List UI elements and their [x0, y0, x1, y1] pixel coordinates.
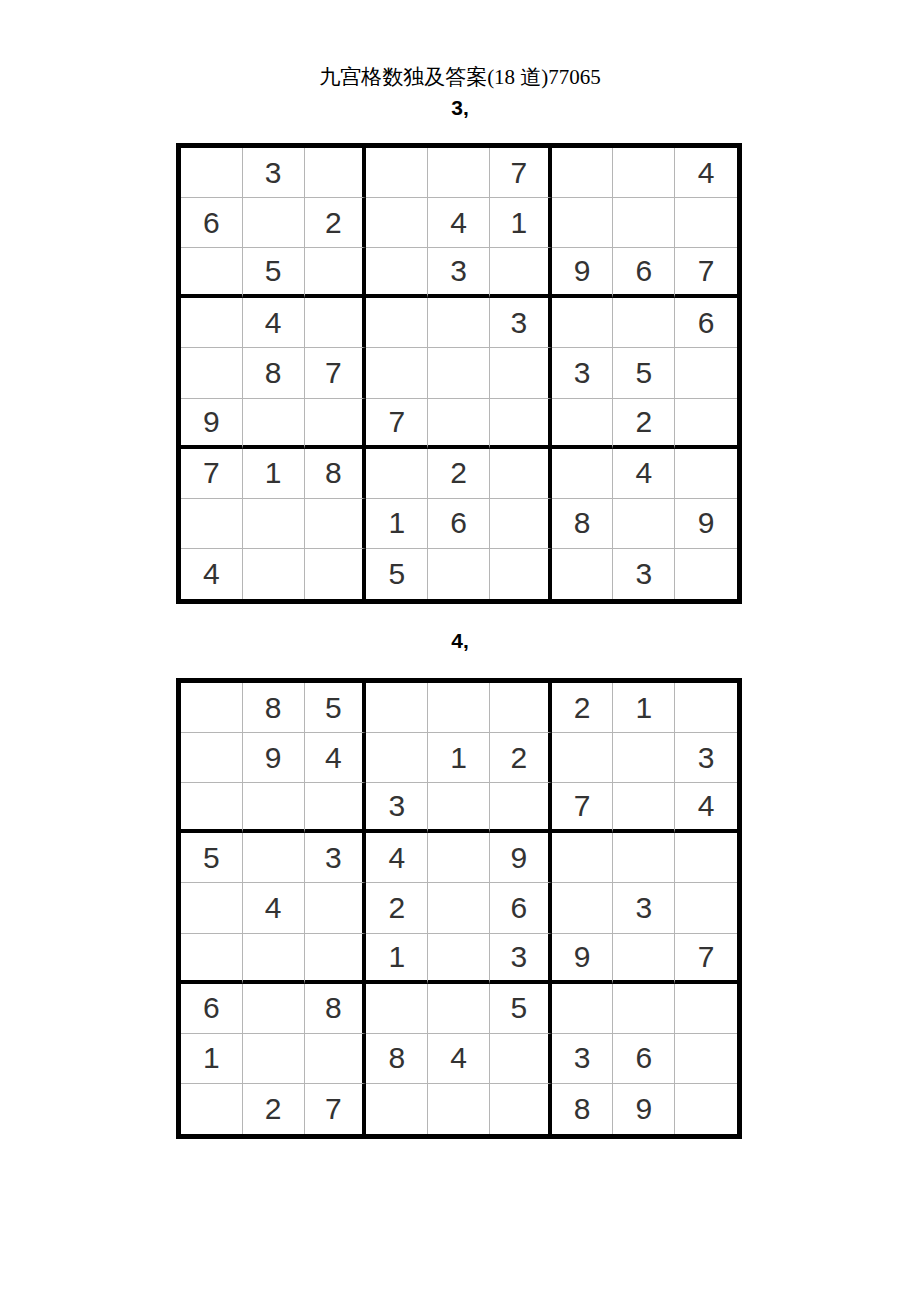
sudoku-cell-empty — [490, 499, 552, 549]
sudoku-cell-given: 2 — [613, 399, 675, 449]
sudoku-cell-given: 7 — [181, 449, 243, 499]
sudoku-cell-empty — [243, 783, 305, 833]
sudoku-cell-empty — [305, 783, 367, 833]
sudoku-cell-empty — [675, 1034, 737, 1084]
sudoku-cell-given: 1 — [366, 934, 428, 984]
sudoku-cell-empty — [428, 298, 490, 348]
sudoku-cell-given: 4 — [428, 198, 490, 248]
sudoku-cell-empty — [613, 733, 675, 783]
sudoku-cell-given: 3 — [490, 298, 552, 348]
sudoku-cell-empty — [305, 148, 367, 198]
sudoku-cell-given: 8 — [305, 984, 367, 1034]
sudoku-cell-empty — [428, 549, 490, 599]
sudoku-cell-empty — [181, 934, 243, 984]
sudoku-cell-empty — [181, 733, 243, 783]
sudoku-cell-empty — [675, 399, 737, 449]
sudoku-cell-empty — [243, 1034, 305, 1084]
sudoku-cell-given: 2 — [243, 1084, 305, 1134]
sudoku-cell-empty — [675, 833, 737, 883]
sudoku-cell-given: 9 — [552, 248, 614, 298]
sudoku-cell-given: 7 — [366, 399, 428, 449]
sudoku-cell-given: 3 — [613, 883, 675, 933]
sudoku-cell-given: 3 — [305, 833, 367, 883]
sudoku-cell-empty — [181, 298, 243, 348]
sudoku-cell-given: 3 — [243, 148, 305, 198]
sudoku-cell-given: 4 — [243, 298, 305, 348]
sudoku-cell-empty — [675, 683, 737, 733]
sudoku-cell-given: 5 — [490, 984, 552, 1034]
sudoku-cell-given: 5 — [613, 348, 675, 398]
sudoku-cell-empty — [181, 248, 243, 298]
sudoku-board-4: 852194123374534942631397685184362789 — [176, 678, 742, 1139]
sudoku-cell-given: 6 — [675, 298, 737, 348]
sudoku-cell-empty — [613, 984, 675, 1034]
page-title: 九宫格数独及答案(18 道)77065 — [0, 63, 920, 91]
sudoku-cell-empty — [366, 148, 428, 198]
sudoku-cell-empty — [490, 549, 552, 599]
sudoku-cell-given: 6 — [181, 984, 243, 1034]
sudoku-cell-given: 5 — [305, 683, 367, 733]
sudoku-cell-empty — [552, 198, 614, 248]
sudoku-cell-given: 4 — [243, 883, 305, 933]
sudoku-cell-given: 6 — [181, 198, 243, 248]
sudoku-cell-empty — [613, 499, 675, 549]
sudoku-cell-given: 2 — [305, 198, 367, 248]
sudoku-cell-given: 1 — [181, 1034, 243, 1084]
sudoku-cell-empty — [490, 783, 552, 833]
sudoku-cell-given: 3 — [428, 248, 490, 298]
sudoku-cell-given: 4 — [181, 549, 243, 599]
sudoku-board-3: 3746241539674368735972718241689453 — [176, 143, 742, 604]
puzzle-4-label: 4, — [0, 629, 920, 653]
sudoku-cell-empty — [490, 348, 552, 398]
sudoku-cell-given: 4 — [675, 148, 737, 198]
sudoku-cell-empty — [552, 984, 614, 1034]
sudoku-cell-given: 1 — [613, 683, 675, 733]
sudoku-cell-given: 3 — [613, 549, 675, 599]
sudoku-cell-empty — [428, 683, 490, 733]
sudoku-cell-empty — [552, 833, 614, 883]
sudoku-cell-given: 6 — [613, 248, 675, 298]
sudoku-cell-empty — [243, 198, 305, 248]
sudoku-cell-given: 1 — [366, 499, 428, 549]
sudoku-cell-empty — [490, 1034, 552, 1084]
sudoku-cell-given: 8 — [243, 683, 305, 733]
sudoku-cell-empty — [305, 883, 367, 933]
sudoku-cell-empty — [552, 449, 614, 499]
sudoku-cell-given: 3 — [552, 348, 614, 398]
sudoku-cell-given: 8 — [552, 499, 614, 549]
sudoku-cell-given: 7 — [490, 148, 552, 198]
sudoku-cell-empty — [428, 348, 490, 398]
sudoku-cell-given: 8 — [243, 348, 305, 398]
sudoku-cell-empty — [675, 348, 737, 398]
sudoku-cell-given: 1 — [243, 449, 305, 499]
sudoku-cell-empty — [243, 833, 305, 883]
sudoku-cell-empty — [613, 198, 675, 248]
puzzle-3-label: 3, — [0, 96, 920, 120]
sudoku-cell-given: 5 — [366, 549, 428, 599]
sudoku-cell-empty — [305, 298, 367, 348]
sudoku-cell-given: 8 — [552, 1084, 614, 1134]
sudoku-cell-empty — [181, 148, 243, 198]
sudoku-cell-empty — [490, 449, 552, 499]
sudoku-cell-empty — [675, 449, 737, 499]
sudoku-cell-empty — [552, 733, 614, 783]
sudoku-cell-given: 5 — [181, 833, 243, 883]
sudoku-cell-given: 2 — [490, 733, 552, 783]
sudoku-cell-given: 6 — [428, 499, 490, 549]
sudoku-cell-empty — [552, 298, 614, 348]
sudoku-cell-empty — [428, 148, 490, 198]
sudoku-cell-empty — [428, 883, 490, 933]
sudoku-cell-empty — [181, 883, 243, 933]
sudoku-cell-empty — [366, 348, 428, 398]
sudoku-cell-given: 3 — [490, 934, 552, 984]
sudoku-cell-empty — [181, 499, 243, 549]
sudoku-cell-empty — [428, 833, 490, 883]
sudoku-cell-given: 9 — [243, 733, 305, 783]
sudoku-cell-given: 3 — [366, 783, 428, 833]
sudoku-cell-empty — [613, 833, 675, 883]
sudoku-cell-empty — [243, 549, 305, 599]
sudoku-cell-given: 4 — [305, 733, 367, 783]
sudoku-cell-empty — [181, 348, 243, 398]
sudoku-cell-given: 6 — [490, 883, 552, 933]
sudoku-cell-given: 8 — [305, 449, 367, 499]
sudoku-cell-given: 7 — [552, 783, 614, 833]
sudoku-cell-empty — [243, 399, 305, 449]
sudoku-cell-empty — [366, 1084, 428, 1134]
sudoku-cell-empty — [243, 984, 305, 1034]
sudoku-cell-given: 4 — [675, 783, 737, 833]
sudoku-cell-empty — [366, 298, 428, 348]
sudoku-cell-empty — [613, 298, 675, 348]
sudoku-cell-empty — [366, 449, 428, 499]
sudoku-cell-given: 7 — [675, 248, 737, 298]
sudoku-cell-empty — [366, 733, 428, 783]
sudoku-cell-empty — [552, 148, 614, 198]
sudoku-cell-given: 3 — [552, 1034, 614, 1084]
sudoku-cell-empty — [675, 549, 737, 599]
sudoku-cell-given: 2 — [428, 449, 490, 499]
sudoku-cell-empty — [366, 198, 428, 248]
sudoku-cell-empty — [428, 934, 490, 984]
sudoku-cell-given: 9 — [552, 934, 614, 984]
sudoku-cell-empty — [305, 1034, 367, 1084]
sudoku-cell-empty — [305, 248, 367, 298]
sudoku-cell-empty — [181, 783, 243, 833]
sudoku-cell-empty — [490, 1084, 552, 1134]
sudoku-cell-given: 2 — [366, 883, 428, 933]
sudoku-cell-given: 3 — [675, 733, 737, 783]
sudoku-cell-empty — [675, 1084, 737, 1134]
sudoku-cell-empty — [490, 683, 552, 733]
sudoku-cell-empty — [428, 984, 490, 1034]
sudoku-cell-given: 9 — [490, 833, 552, 883]
sudoku-cell-empty — [613, 783, 675, 833]
sudoku-cell-empty — [428, 783, 490, 833]
sudoku-cell-empty — [675, 198, 737, 248]
sudoku-cell-empty — [366, 248, 428, 298]
sudoku-cell-given: 7 — [675, 934, 737, 984]
sudoku-cell-given: 9 — [181, 399, 243, 449]
sudoku-cell-empty — [490, 248, 552, 298]
sudoku-cell-empty — [181, 683, 243, 733]
sudoku-cell-given: 6 — [613, 1034, 675, 1084]
sudoku-cell-empty — [305, 399, 367, 449]
sudoku-cell-empty — [305, 549, 367, 599]
sudoku-cell-empty — [366, 683, 428, 733]
sudoku-cell-empty — [675, 883, 737, 933]
sudoku-cell-empty — [552, 883, 614, 933]
sudoku-cell-given: 4 — [366, 833, 428, 883]
sudoku-cell-empty — [613, 148, 675, 198]
sudoku-cell-given: 8 — [366, 1034, 428, 1084]
sudoku-cell-given: 5 — [243, 248, 305, 298]
sudoku-cell-empty — [675, 984, 737, 1034]
sudoku-cell-given: 7 — [305, 348, 367, 398]
sudoku-cell-given: 1 — [428, 733, 490, 783]
sudoku-cell-given: 7 — [305, 1084, 367, 1134]
sudoku-cell-given: 9 — [613, 1084, 675, 1134]
sudoku-cell-given: 9 — [675, 499, 737, 549]
sudoku-cell-empty — [243, 499, 305, 549]
sudoku-cell-empty — [305, 934, 367, 984]
sudoku-cell-empty — [181, 1084, 243, 1134]
sudoku-cell-empty — [428, 399, 490, 449]
sudoku-cell-empty — [366, 984, 428, 1034]
sudoku-cell-empty — [428, 1084, 490, 1134]
sudoku-cell-empty — [552, 549, 614, 599]
sudoku-cell-empty — [613, 934, 675, 984]
sudoku-cell-empty — [490, 399, 552, 449]
sudoku-cell-empty — [243, 934, 305, 984]
sudoku-cell-given: 1 — [490, 198, 552, 248]
sudoku-cell-given: 4 — [428, 1034, 490, 1084]
sudoku-cell-given: 4 — [613, 449, 675, 499]
sudoku-cell-empty — [305, 499, 367, 549]
sudoku-cell-empty — [552, 399, 614, 449]
sudoku-cell-given: 2 — [552, 683, 614, 733]
